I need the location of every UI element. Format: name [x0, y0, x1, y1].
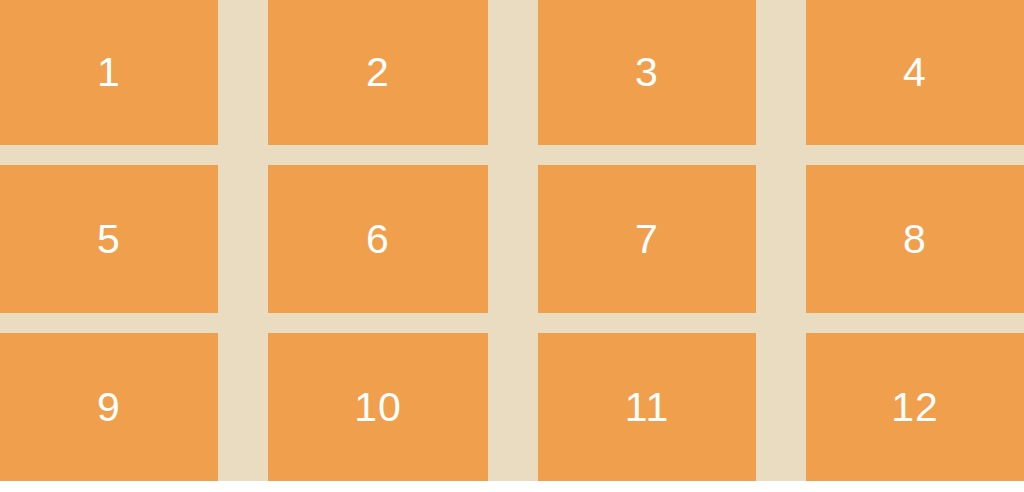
- tile-11-number: 11: [625, 387, 670, 428]
- tile-8: 8: [806, 165, 1024, 313]
- tile-5: 5: [0, 165, 218, 313]
- tile-4-number: 4: [903, 52, 927, 93]
- tile-8-number: 8: [903, 219, 927, 260]
- tile-6: 6: [268, 165, 488, 313]
- tile-12-number: 12: [891, 387, 939, 428]
- tile-1-number: 1: [97, 52, 121, 93]
- tile-9-number: 9: [97, 387, 121, 428]
- tile-3: 3: [538, 0, 756, 145]
- tile-grid: 1 2 3 4 5 6 7 8 9 10 11 12: [0, 0, 1024, 481]
- tile-12: 12: [806, 333, 1024, 481]
- tile-7-number: 7: [635, 219, 659, 260]
- tile-1: 1: [0, 0, 218, 145]
- tile-2: 2: [268, 0, 488, 145]
- tile-11: 11: [538, 333, 756, 481]
- tile-2-number: 2: [366, 52, 390, 93]
- tile-3-number: 3: [635, 52, 659, 93]
- tile-5-number: 5: [97, 219, 121, 260]
- tile-6-number: 6: [366, 219, 390, 260]
- tile-7: 7: [538, 165, 756, 313]
- tile-9: 9: [0, 333, 218, 481]
- tile-10-number: 10: [354, 387, 402, 428]
- tile-10: 10: [268, 333, 488, 481]
- tile-4: 4: [806, 0, 1024, 145]
